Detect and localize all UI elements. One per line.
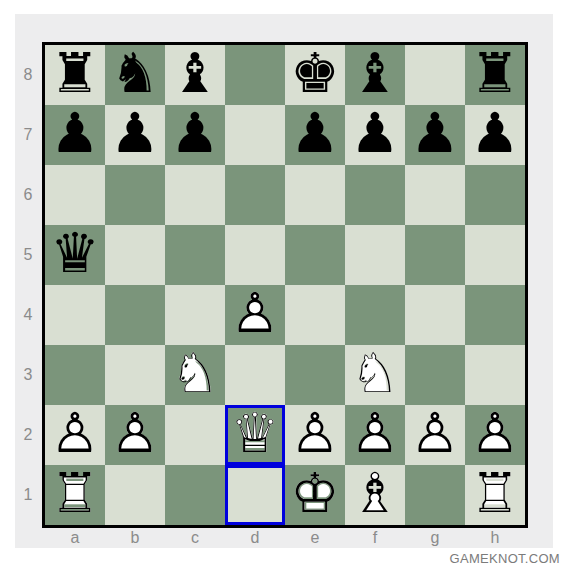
white-pawn-outline-icon: ♙: [45, 406, 105, 461]
piece-black-pawn: ♟: [285, 105, 345, 165]
black-pawn-icon: ♟: [405, 106, 465, 161]
square-d4[interactable]: ♟♙: [225, 285, 285, 345]
square-g3[interactable]: [405, 345, 465, 405]
black-bishop-icon: ♝: [165, 46, 225, 101]
piece-black-queen: ♛: [45, 225, 105, 285]
square-c8[interactable]: ♝: [165, 45, 225, 105]
square-c1[interactable]: [165, 465, 225, 525]
piece-white-knight: ♞♘: [165, 345, 225, 405]
piece-black-rook: ♜: [465, 45, 525, 105]
piece-black-king: ♚: [285, 45, 345, 105]
square-d8[interactable]: [225, 45, 285, 105]
black-pawn-icon: ♟: [105, 106, 165, 161]
white-bishop-outline-icon: ♗: [345, 466, 405, 521]
square-f2[interactable]: ♟♙: [345, 405, 405, 465]
square-f5[interactable]: [345, 225, 405, 285]
square-a8[interactable]: ♜: [45, 45, 105, 105]
white-pawn-outline-icon: ♙: [285, 406, 345, 461]
white-pawn-icon: ♟: [285, 406, 345, 461]
black-pawn-icon: ♟: [45, 106, 105, 161]
white-pawn-icon: ♟: [465, 406, 525, 461]
black-pawn-icon: ♟: [345, 106, 405, 161]
square-c2[interactable]: [165, 405, 225, 465]
file-label-e: e: [285, 528, 345, 548]
square-c5[interactable]: [165, 225, 225, 285]
black-rook-icon: ♜: [465, 46, 525, 101]
board: ♜♞♝♚♝♜♟♟♟♟♟♟♟♛♟♙♞♘♞♘♟♙♟♙♛♕♟♙♟♙♟♙♟♙♜♖♚♔♝♗…: [42, 42, 528, 528]
square-a5[interactable]: ♛: [45, 225, 105, 285]
square-h4[interactable]: [465, 285, 525, 345]
square-e5[interactable]: [285, 225, 345, 285]
white-pawn-outline-icon: ♙: [225, 286, 285, 341]
piece-black-pawn: ♟: [465, 105, 525, 165]
black-rook-icon: ♜: [45, 46, 105, 101]
file-label-c: c: [165, 528, 225, 548]
white-rook-outline-icon: ♖: [45, 466, 105, 521]
piece-white-rook: ♜♖: [465, 465, 525, 525]
square-b6[interactable]: [105, 165, 165, 225]
white-king-outline-icon: ♔: [285, 466, 345, 521]
square-g7[interactable]: ♟: [405, 105, 465, 165]
square-b5[interactable]: [105, 225, 165, 285]
white-pawn-outline-icon: ♙: [405, 406, 465, 461]
white-pawn-outline-icon: ♙: [105, 406, 165, 461]
square-h6[interactable]: [465, 165, 525, 225]
watermark: GAMEKNOT.COM: [450, 551, 561, 566]
rank-label-2: 2: [15, 405, 41, 465]
piece-black-bishop: ♝: [345, 45, 405, 105]
white-knight-icon: ♞: [345, 346, 405, 401]
square-a4[interactable]: [45, 285, 105, 345]
piece-black-pawn: ♟: [165, 105, 225, 165]
square-b3[interactable]: [105, 345, 165, 405]
square-a2[interactable]: ♟♙: [45, 405, 105, 465]
square-f3[interactable]: ♞♘: [345, 345, 405, 405]
square-d7[interactable]: [225, 105, 285, 165]
white-knight-outline-icon: ♘: [165, 346, 225, 401]
black-pawn-icon: ♟: [465, 106, 525, 161]
black-pawn-icon: ♟: [285, 106, 345, 161]
white-knight-outline-icon: ♘: [345, 346, 405, 401]
white-queen-icon: ♛: [225, 406, 285, 461]
white-pawn-icon: ♟: [225, 286, 285, 341]
file-label-b: b: [105, 528, 165, 548]
square-g1[interactable]: [405, 465, 465, 525]
square-e6[interactable]: [285, 165, 345, 225]
square-e4[interactable]: [285, 285, 345, 345]
piece-black-knight: ♞: [105, 45, 165, 105]
square-c3[interactable]: ♞♘: [165, 345, 225, 405]
square-a7[interactable]: ♟: [45, 105, 105, 165]
square-f8[interactable]: ♝: [345, 45, 405, 105]
piece-white-bishop: ♝♗: [345, 465, 405, 525]
white-rook-outline-icon: ♖: [465, 466, 525, 521]
square-g5[interactable]: [405, 225, 465, 285]
rank-label-7: 7: [15, 105, 41, 165]
square-d6[interactable]: [225, 165, 285, 225]
square-e3[interactable]: [285, 345, 345, 405]
file-label-f: f: [345, 528, 405, 548]
file-label-a: a: [45, 528, 105, 548]
square-d1[interactable]: [225, 465, 285, 525]
rank-label-8: 8: [15, 45, 41, 105]
rank-label-3: 3: [15, 345, 41, 405]
square-g4[interactable]: [405, 285, 465, 345]
square-h8[interactable]: ♜: [465, 45, 525, 105]
square-b2[interactable]: ♟♙: [105, 405, 165, 465]
piece-white-knight: ♞♘: [345, 345, 405, 405]
file-label-h: h: [465, 528, 525, 548]
white-pawn-icon: ♟: [105, 406, 165, 461]
square-g2[interactable]: ♟♙: [405, 405, 465, 465]
file-labels: abcdefgh: [45, 528, 525, 548]
black-pawn-icon: ♟: [165, 106, 225, 161]
piece-white-pawn: ♟♙: [105, 405, 165, 465]
square-a3[interactable]: [45, 345, 105, 405]
white-king-icon: ♚: [285, 466, 345, 521]
square-g6[interactable]: [405, 165, 465, 225]
white-knight-icon: ♞: [165, 346, 225, 401]
white-pawn-outline-icon: ♙: [465, 406, 525, 461]
square-h3[interactable]: [465, 345, 525, 405]
square-b4[interactable]: [105, 285, 165, 345]
file-label-d: d: [225, 528, 285, 548]
piece-black-pawn: ♟: [45, 105, 105, 165]
piece-white-pawn: ♟♙: [45, 405, 105, 465]
black-queen-icon: ♛: [45, 226, 105, 281]
rank-label-6: 6: [15, 165, 41, 225]
piece-white-king: ♚♔: [285, 465, 345, 525]
square-h1[interactable]: ♜♖: [465, 465, 525, 525]
square-c4[interactable]: [165, 285, 225, 345]
square-b7[interactable]: ♟: [105, 105, 165, 165]
white-pawn-icon: ♟: [345, 406, 405, 461]
square-e7[interactable]: ♟: [285, 105, 345, 165]
square-h5[interactable]: [465, 225, 525, 285]
piece-black-bishop: ♝: [165, 45, 225, 105]
black-knight-icon: ♞: [105, 46, 165, 101]
square-c7[interactable]: ♟: [165, 105, 225, 165]
square-f6[interactable]: [345, 165, 405, 225]
square-g8[interactable]: [405, 45, 465, 105]
white-bishop-icon: ♝: [345, 466, 405, 521]
white-queen-outline-icon: ♕: [225, 406, 285, 461]
square-a1[interactable]: ♜♖: [45, 465, 105, 525]
piece-white-pawn: ♟♙: [405, 405, 465, 465]
square-h2[interactable]: ♟♙: [465, 405, 525, 465]
square-f1[interactable]: ♝♗: [345, 465, 405, 525]
white-pawn-outline-icon: ♙: [345, 406, 405, 461]
rank-label-1: 1: [15, 465, 41, 525]
piece-white-pawn: ♟♙: [465, 405, 525, 465]
square-b8[interactable]: ♞: [105, 45, 165, 105]
white-rook-icon: ♜: [465, 466, 525, 521]
square-f4[interactable]: [345, 285, 405, 345]
rank-labels: 87654321: [15, 45, 41, 525]
white-rook-icon: ♜: [45, 466, 105, 521]
piece-white-pawn: ♟♙: [285, 405, 345, 465]
square-e2[interactable]: ♟♙: [285, 405, 345, 465]
square-d2[interactable]: ♛♕: [225, 405, 285, 465]
white-pawn-icon: ♟: [405, 406, 465, 461]
black-king-icon: ♚: [285, 46, 345, 101]
square-d3[interactable]: [225, 345, 285, 405]
piece-white-pawn: ♟♙: [345, 405, 405, 465]
rank-label-4: 4: [15, 285, 41, 345]
square-e1[interactable]: ♚♔: [285, 465, 345, 525]
square-a6[interactable]: [45, 165, 105, 225]
piece-white-queen: ♛♕: [225, 405, 285, 465]
square-b1[interactable]: [105, 465, 165, 525]
piece-white-pawn: ♟♙: [225, 285, 285, 345]
piece-black-pawn: ♟: [405, 105, 465, 165]
piece-black-pawn: ♟: [345, 105, 405, 165]
piece-white-rook: ♜♖: [45, 465, 105, 525]
piece-black-rook: ♜: [45, 45, 105, 105]
piece-black-pawn: ♟: [105, 105, 165, 165]
file-label-g: g: [405, 528, 465, 548]
white-pawn-icon: ♟: [45, 406, 105, 461]
square-e8[interactable]: ♚: [285, 45, 345, 105]
square-d5[interactable]: [225, 225, 285, 285]
square-f7[interactable]: ♟: [345, 105, 405, 165]
square-h7[interactable]: ♟: [465, 105, 525, 165]
square-c6[interactable]: [165, 165, 225, 225]
rank-label-5: 5: [15, 225, 41, 285]
black-bishop-icon: ♝: [345, 46, 405, 101]
